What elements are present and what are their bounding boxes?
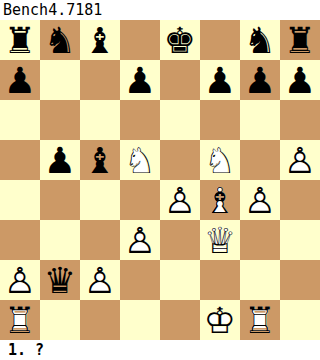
square-c5[interactable]: ♝ — [80, 140, 120, 180]
black-pawn-icon: ♟ — [40, 140, 80, 180]
black-bishop-icon: ♝ — [80, 140, 120, 180]
square-d5[interactable]: ♞♘ — [120, 140, 160, 180]
square-a4[interactable] — [0, 180, 40, 220]
square-a3[interactable] — [0, 220, 40, 260]
black-queen-icon: ♛ — [40, 260, 80, 300]
square-a5[interactable] — [0, 140, 40, 180]
black-bishop-icon: ♝ — [80, 20, 120, 60]
white-pawn-icon: ♙ — [280, 140, 320, 180]
square-h3[interactable] — [280, 220, 320, 260]
square-f4[interactable]: ♝♗ — [200, 180, 240, 220]
square-b6[interactable] — [40, 100, 80, 140]
chess-board: ♜♞♝♚♞♜♟♟♟♟♟♟♝♞♘♞♘♟♙♟♙♝♗♟♙♟♙♛♕♟♙♛♟♙♜♖♚♔♜♖ — [0, 20, 320, 340]
square-c3[interactable] — [80, 220, 120, 260]
square-b4[interactable] — [40, 180, 80, 220]
square-h8[interactable]: ♜ — [280, 20, 320, 60]
square-g6[interactable] — [240, 100, 280, 140]
white-rook-icon: ♖ — [240, 300, 280, 340]
white-king-icon: ♔ — [200, 300, 240, 340]
square-d7[interactable]: ♟ — [120, 60, 160, 100]
white-pawn-icon: ♙ — [240, 180, 280, 220]
square-h7[interactable]: ♟ — [280, 60, 320, 100]
square-e3[interactable] — [160, 220, 200, 260]
square-g5[interactable] — [240, 140, 280, 180]
square-g2[interactable] — [240, 260, 280, 300]
square-f6[interactable] — [200, 100, 240, 140]
square-a2[interactable]: ♟♙ — [0, 260, 40, 300]
square-b1[interactable] — [40, 300, 80, 340]
square-d1[interactable] — [120, 300, 160, 340]
square-e2[interactable] — [160, 260, 200, 300]
square-f8[interactable] — [200, 20, 240, 60]
black-rook-icon: ♜ — [0, 20, 40, 60]
square-d2[interactable] — [120, 260, 160, 300]
square-h5[interactable]: ♟♙ — [280, 140, 320, 180]
square-e7[interactable] — [160, 60, 200, 100]
square-d4[interactable] — [120, 180, 160, 220]
square-f1[interactable]: ♚♔ — [200, 300, 240, 340]
move-prompt: 1. ? — [0, 340, 320, 360]
square-b7[interactable] — [40, 60, 80, 100]
square-a8[interactable]: ♜ — [0, 20, 40, 60]
square-e1[interactable] — [160, 300, 200, 340]
square-d3[interactable]: ♟♙ — [120, 220, 160, 260]
black-king-icon: ♚ — [160, 20, 200, 60]
square-f2[interactable] — [200, 260, 240, 300]
square-c8[interactable]: ♝ — [80, 20, 120, 60]
square-d8[interactable] — [120, 20, 160, 60]
chess-diagram-window: Bench4.7181 ♜♞♝♚♞♜♟♟♟♟♟♟♝♞♘♞♘♟♙♟♙♝♗♟♙♟♙♛… — [0, 0, 320, 360]
black-knight-icon: ♞ — [240, 20, 280, 60]
black-pawn-icon: ♟ — [120, 60, 160, 100]
square-e8[interactable]: ♚ — [160, 20, 200, 60]
square-a6[interactable] — [0, 100, 40, 140]
black-pawn-icon: ♟ — [240, 60, 280, 100]
square-e6[interactable] — [160, 100, 200, 140]
white-rook-icon: ♖ — [0, 300, 40, 340]
square-e4[interactable]: ♟♙ — [160, 180, 200, 220]
black-knight-icon: ♞ — [40, 20, 80, 60]
white-knight-icon: ♘ — [120, 140, 160, 180]
square-d6[interactable] — [120, 100, 160, 140]
page-title: Bench4.7181 — [0, 0, 320, 20]
square-a1[interactable]: ♜♖ — [0, 300, 40, 340]
white-pawn-icon: ♙ — [120, 220, 160, 260]
black-pawn-icon: ♟ — [0, 60, 40, 100]
square-g4[interactable]: ♟♙ — [240, 180, 280, 220]
square-g8[interactable]: ♞ — [240, 20, 280, 60]
black-rook-icon: ♜ — [280, 20, 320, 60]
white-pawn-icon: ♙ — [160, 180, 200, 220]
square-c6[interactable] — [80, 100, 120, 140]
white-queen-icon: ♕ — [200, 220, 240, 260]
square-g1[interactable]: ♜♖ — [240, 300, 280, 340]
square-c1[interactable] — [80, 300, 120, 340]
white-bishop-icon: ♗ — [200, 180, 240, 220]
square-e5[interactable] — [160, 140, 200, 180]
square-b2[interactable]: ♛ — [40, 260, 80, 300]
square-h1[interactable] — [280, 300, 320, 340]
square-f5[interactable]: ♞♘ — [200, 140, 240, 180]
square-c4[interactable] — [80, 180, 120, 220]
square-h4[interactable] — [280, 180, 320, 220]
black-pawn-icon: ♟ — [280, 60, 320, 100]
square-g7[interactable]: ♟ — [240, 60, 280, 100]
white-pawn-icon: ♙ — [80, 260, 120, 300]
black-pawn-icon: ♟ — [200, 60, 240, 100]
square-c2[interactable]: ♟♙ — [80, 260, 120, 300]
white-knight-icon: ♘ — [200, 140, 240, 180]
square-h2[interactable] — [280, 260, 320, 300]
square-a7[interactable]: ♟ — [0, 60, 40, 100]
square-b3[interactable] — [40, 220, 80, 260]
square-f3[interactable]: ♛♕ — [200, 220, 240, 260]
square-b8[interactable]: ♞ — [40, 20, 80, 60]
square-c7[interactable] — [80, 60, 120, 100]
square-g3[interactable] — [240, 220, 280, 260]
square-b5[interactable]: ♟ — [40, 140, 80, 180]
square-h6[interactable] — [280, 100, 320, 140]
white-pawn-icon: ♙ — [0, 260, 40, 300]
square-f7[interactable]: ♟ — [200, 60, 240, 100]
